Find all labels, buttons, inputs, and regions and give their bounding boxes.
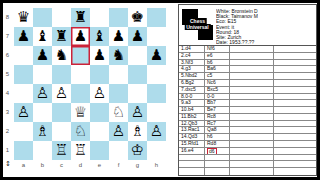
move-6-white[interactable]: 6.Bg2 — [179, 80, 205, 87]
empty-cell — [274, 66, 316, 73]
empty-cell — [274, 161, 316, 168]
white-bishop-piece[interactable]: ♗ — [128, 122, 147, 141]
square-e6[interactable]: ♟ — [90, 46, 109, 65]
move-8-black[interactable]: 0-0 — [205, 94, 230, 101]
empty-cell — [179, 155, 205, 162]
move-7-white[interactable]: 7.dxc5 — [179, 87, 205, 94]
empty-cell — [230, 121, 274, 128]
empty-cell — [274, 155, 316, 162]
empty-cell — [230, 168, 274, 175]
square-c6[interactable]: ♞ — [52, 46, 71, 65]
game-info: White: Bronstein DBlack: Taimanov MEco: … — [216, 5, 258, 45]
square-c8[interactable] — [52, 8, 71, 27]
move-9-white[interactable]: 9.a3 — [179, 100, 205, 107]
logo-line-2: Universal — [184, 24, 211, 30]
empty-cell — [274, 141, 316, 148]
file-label-f: f — [109, 161, 128, 170]
empty-cell — [230, 155, 274, 162]
square-g2[interactable]: ♗ — [128, 122, 147, 141]
empty-cell — [179, 168, 205, 175]
square-f4[interactable] — [109, 84, 128, 103]
black-pawn-piece[interactable]: ♟ — [90, 46, 109, 65]
square-e3[interactable] — [90, 103, 109, 122]
white-pawn-piece[interactable]: ♙ — [109, 122, 128, 141]
black-pawn-piece[interactable]: ♟ — [33, 46, 52, 65]
logo-text: Chess Universal — [184, 18, 211, 30]
move-3-white[interactable]: 3.Nf3 — [179, 60, 205, 67]
white-pawn-piece[interactable]: ♙ — [52, 84, 71, 103]
flip-board-icon[interactable]: ↕ — [5, 160, 11, 169]
move-13-white[interactable]: 13.Rac1 — [179, 127, 205, 134]
square-c5[interactable] — [52, 65, 71, 84]
black-king-piece[interactable]: ♚ — [128, 8, 147, 27]
file-label-a: a — [14, 161, 33, 170]
square-d8[interactable]: ♜ — [71, 8, 90, 27]
file-label-c: c — [52, 161, 71, 170]
empty-cell — [230, 148, 274, 155]
move-2-white[interactable]: 2.c4 — [179, 53, 205, 60]
square-h3[interactable] — [147, 103, 166, 122]
square-b6[interactable]: ♟ — [33, 46, 52, 65]
chess-board[interactable]: ♛♜♚♟♝♜♟♝♟♟♟♞♟♞♟♙♙♙♙♕♘♙♗♘♙♗♙♖♖♔ — [14, 8, 166, 160]
move-list[interactable]: 1.d4Nf62.c4e63.Nf3b64.g3Ba65.Nbd2c56.Bg2… — [178, 45, 317, 176]
square-f8[interactable] — [109, 8, 128, 27]
empty-cell — [274, 100, 316, 107]
move-11-white[interactable]: 11.Bb2 — [179, 114, 205, 121]
empty-cell — [205, 168, 230, 175]
empty-cell — [274, 134, 316, 141]
square-c3[interactable] — [52, 103, 71, 122]
empty-cell — [230, 66, 274, 73]
square-h4[interactable] — [147, 84, 166, 103]
square-e1[interactable] — [90, 141, 109, 160]
square-h6[interactable]: ♟ — [147, 46, 166, 65]
black-pawn-piece[interactable]: ♟ — [147, 46, 166, 65]
black-knight-piece[interactable]: ♞ — [109, 46, 128, 65]
square-b5[interactable] — [33, 65, 52, 84]
square-g8[interactable]: ♚ — [128, 8, 147, 27]
chess-universal-logo: Chess Universal — [182, 9, 213, 40]
black-pawn-piece[interactable]: ♟ — [128, 27, 147, 46]
black-bishop-piece[interactable]: ♝ — [90, 27, 109, 46]
square-b7[interactable]: ♝ — [33, 27, 52, 46]
empty-cell — [274, 127, 316, 134]
black-pawn-piece[interactable]: ♟ — [71, 27, 90, 46]
square-b8[interactable] — [33, 8, 52, 27]
square-b3[interactable] — [33, 103, 52, 122]
white-knight-piece[interactable]: ♘ — [71, 122, 90, 141]
rank-label-7: 7 — [3, 27, 12, 46]
square-e7[interactable]: ♝ — [90, 27, 109, 46]
empty-cell — [274, 87, 316, 94]
square-a1[interactable] — [14, 141, 33, 160]
empty-cell — [274, 73, 316, 80]
square-c4[interactable]: ♙ — [52, 84, 71, 103]
move-13-black[interactable]: Qa8 — [205, 127, 230, 134]
move-5-white[interactable]: 5.Nbd2 — [179, 73, 205, 80]
move-8-white[interactable]: 8.0-0 — [179, 94, 205, 101]
empty-cell — [230, 114, 274, 121]
empty-cell — [274, 168, 316, 175]
move-9-black[interactable]: Bb7 — [205, 100, 230, 107]
empty-cell — [274, 121, 316, 128]
white-knight-piece[interactable]: ♘ — [109, 103, 128, 122]
white-queen-piece[interactable]: ♕ — [71, 103, 90, 122]
square-c1[interactable]: ♖ — [52, 141, 71, 160]
empty-cell — [230, 60, 274, 67]
file-label-d: d — [71, 161, 90, 170]
empty-cell — [230, 80, 274, 87]
square-h1[interactable] — [147, 141, 166, 160]
square-a6[interactable] — [14, 46, 33, 65]
black-knight-piece[interactable]: ♞ — [52, 46, 71, 65]
move-7-black[interactable]: Bxc5 — [205, 87, 230, 94]
white-pawn-piece[interactable]: ♙ — [14, 103, 33, 122]
white-pawn-piece[interactable]: ♙ — [33, 84, 52, 103]
square-a7[interactable]: ♟ — [14, 27, 33, 46]
rank-label-3: 3 — [3, 103, 12, 122]
move-5-black[interactable]: c5 — [205, 73, 230, 80]
selected-move[interactable]: d6 — [207, 148, 217, 155]
square-b4[interactable]: ♙ — [33, 84, 52, 103]
black-pawn-piece[interactable]: ♟ — [109, 27, 128, 46]
move-1-white[interactable]: 1.d4 — [179, 46, 205, 53]
move-12-white[interactable]: 12.Qb3 — [179, 121, 205, 128]
square-h8[interactable] — [147, 8, 166, 27]
square-f5[interactable] — [109, 65, 128, 84]
rank-label-2: 2 — [3, 122, 12, 141]
square-g3[interactable]: ♙ — [128, 103, 147, 122]
empty-cell — [230, 94, 274, 101]
file-label-h: h — [147, 161, 166, 170]
white-pawn-piece[interactable]: ♙ — [128, 103, 147, 122]
square-c7[interactable]: ♜ — [52, 27, 71, 46]
app-window: 87654321 ♛♜♚♟♝♜♟♝♟♟♟♞♟♞♟♙♙♙♙♕♘♙♗♘♙♗♙♖♖♔ … — [3, 3, 317, 177]
square-e4[interactable]: ♙ — [90, 84, 109, 103]
empty-cell — [230, 46, 274, 53]
square-f7[interactable]: ♟ — [109, 27, 128, 46]
white-king-piece[interactable]: ♔ — [128, 141, 147, 160]
move-14-black[interactable]: h6 — [205, 134, 230, 141]
move-11-black[interactable]: Rc8 — [205, 114, 230, 121]
empty-cell — [230, 134, 274, 141]
empty-cell — [274, 53, 316, 60]
square-d7[interactable]: ♟ — [71, 27, 90, 46]
file-label-b: b — [33, 161, 52, 170]
empty-cell — [205, 161, 230, 168]
rank-labels: 87654321 — [3, 8, 12, 160]
move-3-black[interactable]: b6 — [205, 60, 230, 67]
empty-cell — [230, 127, 274, 134]
rank-label-6: 6 — [3, 46, 12, 65]
game-panel: Chess Universal White: Bronstein DBlack:… — [178, 4, 317, 176]
empty-cell — [230, 73, 274, 80]
square-a3[interactable]: ♙ — [14, 103, 33, 122]
square-e5[interactable] — [90, 65, 109, 84]
empty-cell — [230, 53, 274, 60]
empty-cell — [230, 141, 274, 148]
empty-cell — [205, 155, 230, 162]
empty-cell — [230, 161, 274, 168]
square-g7[interactable]: ♟ — [128, 27, 147, 46]
empty-cell — [274, 46, 316, 53]
rank-label-1: 1 — [3, 141, 12, 160]
black-queen-piece[interactable]: ♛ — [14, 8, 33, 27]
empty-cell — [274, 114, 316, 121]
move-6-black[interactable]: Nc6 — [205, 80, 230, 87]
move-14-white[interactable]: 14.Qd3 — [179, 134, 205, 141]
empty-cell — [179, 161, 205, 168]
move-4-white[interactable]: 4.g3 — [179, 66, 205, 73]
rank-label-5: 5 — [3, 65, 12, 84]
empty-cell — [230, 87, 274, 94]
square-e8[interactable] — [90, 8, 109, 27]
square-h7[interactable] — [147, 27, 166, 46]
move-4-black[interactable]: Ba6 — [205, 66, 230, 73]
square-d4[interactable] — [71, 84, 90, 103]
black-pawn-piece[interactable]: ♟ — [14, 27, 33, 46]
move-2-black[interactable]: e6 — [205, 53, 230, 60]
square-g6[interactable] — [128, 46, 147, 65]
screenshot-frame: 87654321 ♛♜♚♟♝♜♟♝♟♟♟♞♟♞♟♙♙♙♙♕♘♙♗♘♙♗♙♖♖♔ … — [0, 0, 320, 180]
square-a2[interactable] — [14, 122, 33, 141]
square-e2[interactable] — [90, 122, 109, 141]
square-d2[interactable]: ♘ — [71, 122, 90, 141]
game-header: Chess Universal White: Bronstein DBlack:… — [178, 4, 317, 45]
file-labels: abcdefgh — [14, 161, 166, 170]
move-10-white[interactable]: 10.b4 — [179, 107, 205, 114]
white-pawn-piece[interactable]: ♙ — [90, 84, 109, 103]
square-a4[interactable] — [14, 84, 33, 103]
white-rook-piece[interactable]: ♖ — [52, 141, 71, 160]
square-d3[interactable]: ♕ — [71, 103, 90, 122]
square-h2[interactable]: ♙ — [147, 122, 166, 141]
square-f6[interactable]: ♞ — [109, 46, 128, 65]
square-d5[interactable] — [71, 65, 90, 84]
empty-cell — [274, 94, 316, 101]
empty-cell — [274, 80, 316, 87]
move-12-black[interactable]: Rc7 — [205, 121, 230, 128]
white-pawn-piece[interactable]: ♙ — [147, 122, 166, 141]
move-16-white[interactable]: 16.e4 — [179, 148, 205, 155]
rank-label-4: 4 — [3, 84, 12, 103]
move-1-black[interactable]: Nf6 — [205, 46, 230, 53]
black-rook-piece[interactable]: ♜ — [52, 27, 71, 46]
black-rook-piece[interactable]: ♜ — [71, 8, 90, 27]
square-d1[interactable]: ♖ — [71, 141, 90, 160]
square-a5[interactable] — [14, 65, 33, 84]
white-rook-piece[interactable]: ♖ — [71, 141, 90, 160]
square-b1[interactable] — [33, 141, 52, 160]
square-g1[interactable]: ♔ — [128, 141, 147, 160]
move-16-black[interactable]: d6 — [205, 148, 230, 155]
move-15-black[interactable]: Rd8 — [205, 141, 230, 148]
square-c2[interactable] — [52, 122, 71, 141]
square-f2[interactable]: ♙ — [109, 122, 128, 141]
move-10-black[interactable]: Be7 — [205, 107, 230, 114]
square-f1[interactable] — [109, 141, 128, 160]
file-label-g: g — [128, 161, 147, 170]
square-b2[interactable]: ♗ — [33, 122, 52, 141]
black-bishop-piece[interactable]: ♝ — [33, 27, 52, 46]
rank-label-8: 8 — [3, 8, 12, 27]
empty-cell — [274, 60, 316, 67]
square-g4[interactable] — [128, 84, 147, 103]
file-label-e: e — [90, 161, 109, 170]
empty-cell — [230, 107, 274, 114]
square-a8[interactable]: ♛ — [14, 8, 33, 27]
move-15-white[interactable]: 15.Rfd1 — [179, 141, 205, 148]
square-f3[interactable]: ♘ — [109, 103, 128, 122]
white-bishop-piece[interactable]: ♗ — [33, 122, 52, 141]
square-g5[interactable] — [128, 65, 147, 84]
square-h5[interactable] — [147, 65, 166, 84]
empty-cell — [230, 100, 274, 107]
empty-cell — [274, 107, 316, 114]
empty-cell — [274, 148, 316, 155]
square-d6[interactable] — [71, 46, 90, 65]
